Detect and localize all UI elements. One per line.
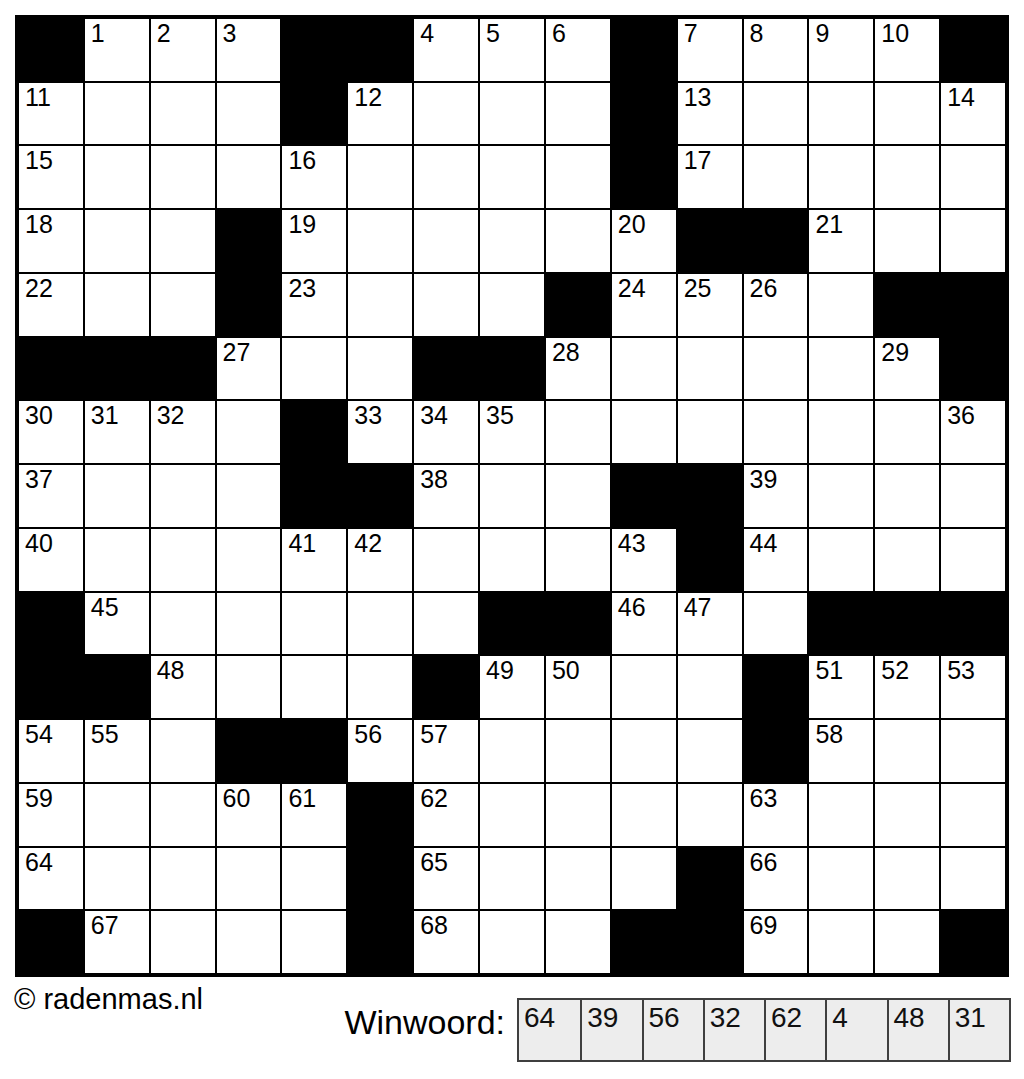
grid-cell-r7c10[interactable] bbox=[612, 401, 676, 463]
grid-cell-r5c1[interactable]: 22 bbox=[19, 274, 83, 336]
grid-block-r10c1 bbox=[19, 593, 83, 655]
grid-cell-r10c3[interactable] bbox=[151, 593, 215, 655]
clue-number: 54 bbox=[25, 721, 53, 749]
grid-cell-r2c3[interactable] bbox=[151, 83, 215, 145]
winword-number: 32 bbox=[710, 1002, 741, 1034]
grid-block-r15c1 bbox=[19, 911, 83, 973]
grid-cell-r8c14[interactable] bbox=[875, 465, 939, 527]
clue-number: 24 bbox=[618, 275, 646, 303]
clue-number: 49 bbox=[486, 657, 514, 685]
grid-cell-r12c7[interactable]: 57 bbox=[414, 720, 478, 782]
grid-block-r10c9 bbox=[546, 593, 610, 655]
grid-cell-r9c14[interactable] bbox=[875, 529, 939, 591]
grid-cell-r12c11[interactable] bbox=[678, 720, 742, 782]
grid-cell-r1c4[interactable]: 3 bbox=[217, 19, 281, 81]
grid-cell-r7c3[interactable]: 32 bbox=[151, 401, 215, 463]
winword-cell-5[interactable]: 62 bbox=[764, 1000, 825, 1060]
grid-block-r4c4 bbox=[217, 210, 281, 272]
clue-number: 30 bbox=[25, 402, 53, 430]
grid-block-r6c8 bbox=[480, 338, 544, 400]
grid-cell-r9c8[interactable] bbox=[480, 529, 544, 591]
clue-number: 33 bbox=[354, 402, 382, 430]
grid-cell-r15c9[interactable] bbox=[546, 911, 610, 973]
grid-cell-r8c2[interactable] bbox=[85, 465, 149, 527]
grid-cell-r15c7[interactable]: 68 bbox=[414, 911, 478, 973]
grid-cell-r13c8[interactable] bbox=[480, 784, 544, 846]
grid-cell-r14c12[interactable]: 66 bbox=[744, 848, 808, 910]
grid-cell-r13c10[interactable] bbox=[612, 784, 676, 846]
grid-cell-r12c13[interactable]: 58 bbox=[809, 720, 873, 782]
grid-cell-r4c9[interactable] bbox=[546, 210, 610, 272]
clue-number: 38 bbox=[420, 466, 448, 494]
clue-number: 18 bbox=[25, 211, 53, 239]
grid-cell-r3c13[interactable] bbox=[809, 146, 873, 208]
grid-cell-r1c8[interactable]: 5 bbox=[480, 19, 544, 81]
clue-number: 59 bbox=[25, 785, 53, 813]
clue-number: 8 bbox=[750, 20, 764, 48]
grid-cell-r7c8[interactable]: 35 bbox=[480, 401, 544, 463]
grid-cell-r5c3[interactable] bbox=[151, 274, 215, 336]
grid-cell-r8c7[interactable]: 38 bbox=[414, 465, 478, 527]
grid-cell-r10c2[interactable]: 45 bbox=[85, 593, 149, 655]
grid-cell-r9c5[interactable]: 41 bbox=[282, 529, 346, 591]
grid-cell-r5c2[interactable] bbox=[85, 274, 149, 336]
clue-number: 16 bbox=[288, 147, 316, 175]
clue-number: 56 bbox=[354, 721, 382, 749]
grid-cell-r1c2[interactable]: 1 bbox=[85, 19, 149, 81]
grid-cell-r15c14[interactable] bbox=[875, 911, 939, 973]
clue-number: 15 bbox=[25, 147, 53, 175]
grid-block-r5c14 bbox=[875, 274, 939, 336]
winword-cell-8[interactable]: 31 bbox=[948, 1000, 1009, 1060]
grid-cell-r11c15[interactable]: 53 bbox=[941, 656, 1005, 718]
grid-cell-r5c8[interactable] bbox=[480, 274, 544, 336]
winword-label: Winwoord: bbox=[280, 1003, 505, 1042]
clue-number: 23 bbox=[288, 275, 316, 303]
grid-cell-r13c9[interactable] bbox=[546, 784, 610, 846]
grid-block-r6c7 bbox=[414, 338, 478, 400]
grid-cell-r7c2[interactable]: 31 bbox=[85, 401, 149, 463]
grid-block-r13c6 bbox=[348, 784, 412, 846]
grid-cell-r6c10[interactable] bbox=[612, 338, 676, 400]
clue-number: 13 bbox=[684, 84, 712, 112]
grid-cell-r2c8[interactable] bbox=[480, 83, 544, 145]
clue-number: 60 bbox=[223, 785, 251, 813]
grid-cell-r12c2[interactable]: 55 bbox=[85, 720, 149, 782]
grid-cell-r7c11[interactable] bbox=[678, 401, 742, 463]
clue-number: 46 bbox=[618, 594, 646, 622]
grid-cell-r12c8[interactable] bbox=[480, 720, 544, 782]
grid-cell-r5c10[interactable]: 24 bbox=[612, 274, 676, 336]
grid-cell-r2c1[interactable]: 11 bbox=[19, 83, 83, 145]
grid-block-r3c10 bbox=[612, 146, 676, 208]
grid-cell-r9c3[interactable] bbox=[151, 529, 215, 591]
grid-cell-r4c1[interactable]: 18 bbox=[19, 210, 83, 272]
clue-number: 64 bbox=[25, 849, 53, 877]
clue-number: 58 bbox=[815, 721, 843, 749]
grid-cell-r3c3[interactable] bbox=[151, 146, 215, 208]
grid-cell-r7c14[interactable] bbox=[875, 401, 939, 463]
grid-cell-r2c4[interactable] bbox=[217, 83, 281, 145]
grid-cell-r10c4[interactable] bbox=[217, 593, 281, 655]
clue-number: 52 bbox=[881, 657, 909, 685]
clue-number: 32 bbox=[157, 402, 185, 430]
grid-cell-r14c3[interactable] bbox=[151, 848, 215, 910]
clue-number: 25 bbox=[684, 275, 712, 303]
grid-cell-r11c10[interactable] bbox=[612, 656, 676, 718]
grid-cell-r9c6[interactable]: 42 bbox=[348, 529, 412, 591]
clue-number: 21 bbox=[815, 211, 843, 239]
grid-cell-r9c4[interactable] bbox=[217, 529, 281, 591]
grid-cell-r13c4[interactable]: 60 bbox=[217, 784, 281, 846]
grid-cell-r5c12[interactable]: 26 bbox=[744, 274, 808, 336]
grid-block-r9c11 bbox=[678, 529, 742, 591]
winword-number: 64 bbox=[524, 1002, 555, 1034]
winword-cell-2[interactable]: 39 bbox=[580, 1000, 641, 1060]
clue-number: 48 bbox=[157, 657, 185, 685]
grid-cell-r7c6[interactable]: 33 bbox=[348, 401, 412, 463]
grid-cell-r14c14[interactable] bbox=[875, 848, 939, 910]
grid-cell-r14c5[interactable] bbox=[282, 848, 346, 910]
grid-cell-r2c12[interactable] bbox=[744, 83, 808, 145]
grid-cell-r9c7[interactable] bbox=[414, 529, 478, 591]
grid-block-r14c11 bbox=[678, 848, 742, 910]
grid-block-r10c14 bbox=[875, 593, 939, 655]
grid-cell-r6c4[interactable]: 27 bbox=[217, 338, 281, 400]
grid-cell-r11c11[interactable] bbox=[678, 656, 742, 718]
grid-cell-r6c6[interactable] bbox=[348, 338, 412, 400]
grid-cell-r11c8[interactable]: 49 bbox=[480, 656, 544, 718]
grid-cell-r4c10[interactable]: 20 bbox=[612, 210, 676, 272]
grid-cell-r2c14[interactable] bbox=[875, 83, 939, 145]
grid-cell-r5c13[interactable] bbox=[809, 274, 873, 336]
grid-cell-r12c1[interactable]: 54 bbox=[19, 720, 83, 782]
grid-block-r4c12 bbox=[744, 210, 808, 272]
grid-cell-r3c4[interactable] bbox=[217, 146, 281, 208]
grid-cell-r15c12[interactable]: 69 bbox=[744, 911, 808, 973]
grid-cell-r6c12[interactable] bbox=[744, 338, 808, 400]
grid-cell-r3c14[interactable] bbox=[875, 146, 939, 208]
clue-number: 67 bbox=[91, 912, 119, 940]
grid-cell-r10c6[interactable] bbox=[348, 593, 412, 655]
grid-cell-r2c15[interactable]: 14 bbox=[941, 83, 1005, 145]
grid-cell-r10c7[interactable] bbox=[414, 593, 478, 655]
grid-cell-r10c10[interactable]: 46 bbox=[612, 593, 676, 655]
clue-number: 66 bbox=[750, 849, 778, 877]
grid-block-r8c5 bbox=[282, 465, 346, 527]
grid-cell-r3c12[interactable] bbox=[744, 146, 808, 208]
grid-cell-r7c4[interactable] bbox=[217, 401, 281, 463]
grid-cell-r10c5[interactable] bbox=[282, 593, 346, 655]
clue-number: 19 bbox=[288, 211, 316, 239]
grid-block-r11c7 bbox=[414, 656, 478, 718]
grid-cell-r9c10[interactable]: 43 bbox=[612, 529, 676, 591]
grid-cell-r5c5[interactable]: 23 bbox=[282, 274, 346, 336]
grid-cell-r15c8[interactable] bbox=[480, 911, 544, 973]
grid-cell-r8c4[interactable] bbox=[217, 465, 281, 527]
grid-cell-r2c6[interactable]: 12 bbox=[348, 83, 412, 145]
grid-block-r11c1 bbox=[19, 656, 83, 718]
grid-cell-r14c4[interactable] bbox=[217, 848, 281, 910]
grid-cell-r6c11[interactable] bbox=[678, 338, 742, 400]
grid-cell-r3c2[interactable] bbox=[85, 146, 149, 208]
grid-cell-r9c13[interactable] bbox=[809, 529, 873, 591]
grid-cell-r13c5[interactable]: 61 bbox=[282, 784, 346, 846]
grid-cell-r12c3[interactable] bbox=[151, 720, 215, 782]
grid-block-r6c1 bbox=[19, 338, 83, 400]
clue-number: 62 bbox=[420, 785, 448, 813]
grid-block-r2c10 bbox=[612, 83, 676, 145]
winword-cell-6[interactable]: 4 bbox=[825, 1000, 886, 1060]
grid-cell-r13c7[interactable]: 62 bbox=[414, 784, 478, 846]
winword-number: 62 bbox=[771, 1002, 802, 1034]
grid-block-r12c5 bbox=[282, 720, 346, 782]
grid-cell-r15c3[interactable] bbox=[151, 911, 215, 973]
grid-cell-r8c1[interactable]: 37 bbox=[19, 465, 83, 527]
grid-cell-r13c3[interactable] bbox=[151, 784, 215, 846]
clue-number: 44 bbox=[750, 530, 778, 558]
grid-block-r12c4 bbox=[217, 720, 281, 782]
clue-number: 40 bbox=[25, 530, 53, 558]
grid-cell-r4c14[interactable] bbox=[875, 210, 939, 272]
grid-cell-r3c5[interactable]: 16 bbox=[282, 146, 346, 208]
clue-number: 63 bbox=[750, 785, 778, 813]
winword-cell-4[interactable]: 32 bbox=[703, 1000, 764, 1060]
grid-cell-r4c7[interactable] bbox=[414, 210, 478, 272]
grid-block-r1c10 bbox=[612, 19, 676, 81]
grid-cell-r1c14[interactable]: 10 bbox=[875, 19, 939, 81]
clue-number: 68 bbox=[420, 912, 448, 940]
grid-block-r14c6 bbox=[348, 848, 412, 910]
grid-cell-r4c6[interactable] bbox=[348, 210, 412, 272]
grid-cell-r4c5[interactable]: 19 bbox=[282, 210, 346, 272]
grid-cell-r1c3[interactable]: 2 bbox=[151, 19, 215, 81]
grid-cell-r1c13[interactable]: 9 bbox=[809, 19, 873, 81]
grid-cell-r6c13[interactable] bbox=[809, 338, 873, 400]
grid-cell-r9c1[interactable]: 40 bbox=[19, 529, 83, 591]
grid-cell-r6c9[interactable]: 28 bbox=[546, 338, 610, 400]
grid-cell-r4c15[interactable] bbox=[941, 210, 1005, 272]
crossword-page: 1234567891011121314151617181920212223242… bbox=[0, 0, 1024, 1079]
clue-number: 7 bbox=[684, 20, 698, 48]
grid-cell-r8c15[interactable] bbox=[941, 465, 1005, 527]
clue-number: 45 bbox=[91, 594, 119, 622]
grid-cell-r14c8[interactable] bbox=[480, 848, 544, 910]
clue-number: 69 bbox=[750, 912, 778, 940]
grid-block-r4c11 bbox=[678, 210, 742, 272]
grid-cell-r15c5[interactable] bbox=[282, 911, 346, 973]
grid-cell-r14c13[interactable] bbox=[809, 848, 873, 910]
winword-cell-7[interactable]: 48 bbox=[887, 1000, 948, 1060]
grid-cell-r7c13[interactable] bbox=[809, 401, 873, 463]
grid-block-r8c11 bbox=[678, 465, 742, 527]
clue-number: 31 bbox=[91, 402, 119, 430]
clue-number: 28 bbox=[552, 339, 580, 367]
grid-block-r1c5 bbox=[282, 19, 346, 81]
grid-cell-r14c15[interactable] bbox=[941, 848, 1005, 910]
clue-number: 17 bbox=[684, 147, 712, 175]
grid-cell-r9c12[interactable]: 44 bbox=[744, 529, 808, 591]
grid-cell-r12c9[interactable] bbox=[546, 720, 610, 782]
clue-number: 9 bbox=[815, 20, 829, 48]
winword-number: 31 bbox=[955, 1002, 986, 1034]
grid-cell-r4c13[interactable]: 21 bbox=[809, 210, 873, 272]
grid-cell-r6c14[interactable]: 29 bbox=[875, 338, 939, 400]
grid-cell-r11c9[interactable]: 50 bbox=[546, 656, 610, 718]
clue-number: 57 bbox=[420, 721, 448, 749]
grid-cell-r7c7[interactable]: 34 bbox=[414, 401, 478, 463]
clue-number: 47 bbox=[684, 594, 712, 622]
grid-block-r7c5 bbox=[282, 401, 346, 463]
grid-block-r15c10 bbox=[612, 911, 676, 973]
clue-number: 12 bbox=[354, 84, 382, 112]
clue-number: 39 bbox=[750, 466, 778, 494]
grid-cell-r8c3[interactable] bbox=[151, 465, 215, 527]
grid-block-r10c8 bbox=[480, 593, 544, 655]
grid-cell-r14c2[interactable] bbox=[85, 848, 149, 910]
grid-block-r11c12 bbox=[744, 656, 808, 718]
clue-number: 42 bbox=[354, 530, 382, 558]
grid-cell-r11c3[interactable]: 48 bbox=[151, 656, 215, 718]
grid-cell-r5c11[interactable]: 25 bbox=[678, 274, 742, 336]
grid-cell-r1c11[interactable]: 7 bbox=[678, 19, 742, 81]
grid-cell-r7c1[interactable]: 30 bbox=[19, 401, 83, 463]
grid-block-r6c2 bbox=[85, 338, 149, 400]
grid-cell-r12c10[interactable] bbox=[612, 720, 676, 782]
grid-block-r1c1 bbox=[19, 19, 83, 81]
grid-cell-r14c7[interactable]: 65 bbox=[414, 848, 478, 910]
grid-cell-r7c12[interactable] bbox=[744, 401, 808, 463]
grid-cell-r3c9[interactable] bbox=[546, 146, 610, 208]
clue-number: 1 bbox=[91, 20, 105, 48]
clue-number: 61 bbox=[288, 785, 316, 813]
grid-cell-r3c15[interactable] bbox=[941, 146, 1005, 208]
clue-number: 53 bbox=[947, 657, 975, 685]
clue-number: 26 bbox=[750, 275, 778, 303]
clue-number: 51 bbox=[815, 657, 843, 685]
grid-cell-r13c1[interactable]: 59 bbox=[19, 784, 83, 846]
clue-number: 10 bbox=[881, 20, 909, 48]
grid-cell-r6c5[interactable] bbox=[282, 338, 346, 400]
clue-number: 2 bbox=[157, 20, 171, 48]
grid-cell-r11c5[interactable] bbox=[282, 656, 346, 718]
grid-block-r2c5 bbox=[282, 83, 346, 145]
grid-cell-r14c10[interactable] bbox=[612, 848, 676, 910]
grid-cell-r10c12[interactable] bbox=[744, 593, 808, 655]
grid-cell-r9c2[interactable] bbox=[85, 529, 149, 591]
winword-cell-3[interactable]: 56 bbox=[642, 1000, 703, 1060]
grid-cell-r2c2[interactable] bbox=[85, 83, 149, 145]
grid-cell-r3c6[interactable] bbox=[348, 146, 412, 208]
winword-number: 48 bbox=[894, 1002, 925, 1034]
grid-cell-r3c8[interactable] bbox=[480, 146, 544, 208]
grid-cell-r11c13[interactable]: 51 bbox=[809, 656, 873, 718]
grid-cell-r2c7[interactable] bbox=[414, 83, 478, 145]
grid-cell-r12c6[interactable]: 56 bbox=[348, 720, 412, 782]
grid-cell-r3c7[interactable] bbox=[414, 146, 478, 208]
clue-number: 29 bbox=[881, 339, 909, 367]
clue-number: 34 bbox=[420, 402, 448, 430]
grid-cell-r1c7[interactable]: 4 bbox=[414, 19, 478, 81]
grid-cell-r8c12[interactable]: 39 bbox=[744, 465, 808, 527]
grid-block-r15c15 bbox=[941, 911, 1005, 973]
grid-cell-r4c3[interactable] bbox=[151, 210, 215, 272]
grid-block-r6c15 bbox=[941, 338, 1005, 400]
grid-cell-r5c7[interactable] bbox=[414, 274, 478, 336]
grid-cell-r14c1[interactable]: 64 bbox=[19, 848, 83, 910]
grid-cell-r13c2[interactable] bbox=[85, 784, 149, 846]
grid-block-r1c6 bbox=[348, 19, 412, 81]
grid-cell-r4c2[interactable] bbox=[85, 210, 149, 272]
grid-cell-r14c9[interactable] bbox=[546, 848, 610, 910]
grid-cell-r3c1[interactable]: 15 bbox=[19, 146, 83, 208]
grid-cell-r11c14[interactable]: 52 bbox=[875, 656, 939, 718]
grid-cell-r15c2[interactable]: 67 bbox=[85, 911, 149, 973]
winword-number: 4 bbox=[832, 1002, 848, 1034]
clue-number: 20 bbox=[618, 211, 646, 239]
grid-cell-r2c13[interactable] bbox=[809, 83, 873, 145]
grid-cell-r13c13[interactable] bbox=[809, 784, 873, 846]
grid-cell-r2c11[interactable]: 13 bbox=[678, 83, 742, 145]
grid-cell-r3c11[interactable]: 17 bbox=[678, 146, 742, 208]
grid-block-r5c15 bbox=[941, 274, 1005, 336]
grid-cell-r10c11[interactable]: 47 bbox=[678, 593, 742, 655]
grid-block-r15c11 bbox=[678, 911, 742, 973]
grid-cell-r11c6[interactable] bbox=[348, 656, 412, 718]
grid-cell-r13c15[interactable] bbox=[941, 784, 1005, 846]
grid-cell-r15c13[interactable] bbox=[809, 911, 873, 973]
grid-block-r5c9 bbox=[546, 274, 610, 336]
grid-cell-r9c15[interactable] bbox=[941, 529, 1005, 591]
winword-cell-1[interactable]: 64 bbox=[519, 1000, 580, 1060]
clue-number: 14 bbox=[947, 84, 975, 112]
grid-cell-r12c14[interactable] bbox=[875, 720, 939, 782]
clue-number: 50 bbox=[552, 657, 580, 685]
grid-cell-r9c9[interactable] bbox=[546, 529, 610, 591]
clue-number: 65 bbox=[420, 849, 448, 877]
grid-cell-r2c9[interactable] bbox=[546, 83, 610, 145]
grid-block-r8c10 bbox=[612, 465, 676, 527]
grid-cell-r1c12[interactable]: 8 bbox=[744, 19, 808, 81]
grid-cell-r1c9[interactable]: 6 bbox=[546, 19, 610, 81]
grid-cell-r8c13[interactable] bbox=[809, 465, 873, 527]
grid-cell-r11c4[interactable] bbox=[217, 656, 281, 718]
clue-number: 11 bbox=[25, 84, 51, 112]
clue-number: 27 bbox=[223, 339, 251, 367]
copyright-text: © radenmas.nl bbox=[14, 983, 203, 1016]
grid-cell-r4c8[interactable] bbox=[480, 210, 544, 272]
clue-number: 3 bbox=[223, 20, 237, 48]
grid-block-r1c15 bbox=[941, 19, 1005, 81]
clue-number: 43 bbox=[618, 530, 646, 558]
grid-cell-r13c12[interactable]: 63 bbox=[744, 784, 808, 846]
clue-number: 55 bbox=[91, 721, 119, 749]
grid-cell-r13c14[interactable] bbox=[875, 784, 939, 846]
winword-strip: 643956326244831 bbox=[517, 998, 1011, 1062]
grid-block-r12c12 bbox=[744, 720, 808, 782]
grid-cell-r13c11[interactable] bbox=[678, 784, 742, 846]
grid-block-r8c6 bbox=[348, 465, 412, 527]
grid-cell-r7c9[interactable] bbox=[546, 401, 610, 463]
grid-cell-r7c15[interactable]: 36 bbox=[941, 401, 1005, 463]
clue-number: 5 bbox=[486, 20, 500, 48]
grid-cell-r15c4[interactable] bbox=[217, 911, 281, 973]
grid-block-r6c3 bbox=[151, 338, 215, 400]
grid-cell-r8c8[interactable] bbox=[480, 465, 544, 527]
grid-cell-r12c15[interactable] bbox=[941, 720, 1005, 782]
grid-cell-r5c6[interactable] bbox=[348, 274, 412, 336]
grid-cell-r8c9[interactable] bbox=[546, 465, 610, 527]
